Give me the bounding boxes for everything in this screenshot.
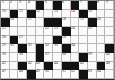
cell[interactable]: 5: [44, 1, 53, 10]
cell[interactable]: 3: [18, 1, 27, 10]
clue-number: 50: [45, 70, 49, 73]
cell[interactable]: [79, 27, 88, 36]
black-cell[interactable]: [71, 62, 80, 71]
black-cell[interactable]: [18, 62, 27, 71]
cell[interactable]: 30: [10, 44, 19, 53]
black-cell[interactable]: [53, 18, 62, 27]
cell[interactable]: [36, 27, 45, 36]
black-cell[interactable]: [79, 70, 88, 79]
clue-number: 37: [45, 53, 49, 56]
cell[interactable]: [79, 44, 88, 53]
cell[interactable]: 44: [53, 62, 62, 71]
black-cell[interactable]: [36, 44, 45, 53]
clue-number: 45: [80, 62, 84, 65]
clue-number: 6: [62, 1, 64, 4]
black-cell[interactable]: [88, 18, 97, 27]
cell[interactable]: [10, 27, 19, 36]
clue-number: 22: [45, 27, 49, 30]
clue-number: 17: [28, 18, 32, 21]
black-cell[interactable]: [62, 27, 71, 36]
cell[interactable]: 26: [1, 36, 10, 45]
clue-number: 10: [2, 10, 6, 13]
cell[interactable]: [71, 53, 80, 62]
clue-number: 30: [10, 44, 14, 47]
clue-number: 34: [71, 44, 75, 47]
black-cell[interactable]: [36, 53, 45, 62]
cell[interactable]: 17: [27, 18, 36, 27]
cell[interactable]: [105, 36, 114, 45]
clue-number: 23: [54, 27, 58, 30]
black-cell[interactable]: [79, 10, 88, 19]
cell[interactable]: 38: [62, 53, 71, 62]
black-cell[interactable]: [18, 44, 27, 53]
cell[interactable]: [97, 53, 106, 62]
clue-number: 43: [36, 62, 40, 65]
cell[interactable]: 37: [44, 53, 53, 62]
clue-number: 44: [54, 62, 58, 65]
clue-number: 3: [19, 1, 21, 4]
cell[interactable]: 53: [88, 70, 97, 79]
cell[interactable]: [97, 27, 106, 36]
cell[interactable]: 1: [1, 1, 10, 10]
clue-number: 29: [2, 44, 6, 47]
cell[interactable]: [18, 27, 27, 36]
clue-number-flagged: 7: [80, 1, 82, 4]
clue-number: 13: [54, 10, 58, 13]
cell[interactable]: 7: [79, 1, 88, 10]
cell[interactable]: [97, 44, 106, 53]
cell[interactable]: 48: [18, 70, 27, 79]
cell[interactable]: 8: [97, 1, 106, 10]
cell[interactable]: 23: [53, 27, 62, 36]
black-cell[interactable]: [105, 44, 114, 53]
clue-number: 54: [97, 70, 101, 73]
clue-number: 41: [2, 62, 6, 65]
clue-number: 28: [62, 36, 66, 39]
cell[interactable]: 4: [27, 1, 36, 10]
black-cell[interactable]: [10, 36, 19, 45]
cell[interactable]: 35: [1, 53, 10, 62]
cell[interactable]: [105, 70, 114, 79]
black-cell[interactable]: [53, 1, 62, 10]
cell[interactable]: 50: [44, 70, 53, 79]
clue-number: 35: [2, 53, 6, 56]
clue-number: 8: [97, 1, 99, 4]
black-cell[interactable]: [36, 1, 45, 10]
clue-number: 40: [106, 53, 110, 56]
clue-number: 38: [62, 53, 66, 56]
clue-number: 31: [28, 44, 32, 47]
cell[interactable]: [71, 36, 80, 45]
clue-number: 16: [10, 18, 14, 21]
cell[interactable]: 36: [18, 53, 27, 62]
clue-number: 24: [71, 27, 75, 30]
black-cell[interactable]: [71, 1, 80, 10]
cell[interactable]: 29: [1, 44, 10, 53]
cell[interactable]: [105, 18, 114, 27]
cell[interactable]: 9: [105, 1, 114, 10]
cell[interactable]: 15: [88, 10, 97, 19]
cell[interactable]: 49: [36, 70, 45, 79]
clue-number: 26: [2, 36, 6, 39]
clue-number: 51: [62, 70, 66, 73]
clue-number: 18: [62, 18, 66, 21]
clue-number: 48: [19, 70, 23, 73]
cell[interactable]: [18, 18, 27, 27]
cell[interactable]: [10, 62, 19, 71]
cell[interactable]: 31: [27, 44, 36, 53]
cell[interactable]: 42: [27, 62, 36, 71]
cell[interactable]: [36, 36, 45, 45]
clue-number: 4: [28, 1, 30, 4]
cell[interactable]: 54: [97, 70, 106, 79]
cell[interactable]: 13: [53, 10, 62, 19]
cell[interactable]: 19: [79, 18, 88, 27]
crossword-grid: 1234567891011121314151617181920212223242…: [0, 0, 115, 80]
clue-number: 12: [36, 10, 40, 13]
cell[interactable]: [79, 36, 88, 45]
cell[interactable]: [105, 10, 114, 19]
clue-number: 25: [88, 27, 92, 30]
cell[interactable]: 2: [10, 1, 19, 10]
black-cell[interactable]: [88, 1, 97, 10]
cell[interactable]: [36, 18, 45, 27]
cell[interactable]: [105, 27, 114, 36]
black-cell[interactable]: [97, 62, 106, 71]
cell[interactable]: [53, 70, 62, 79]
cell[interactable]: [44, 10, 53, 19]
cell[interactable]: [97, 10, 106, 19]
cell[interactable]: 51: [62, 70, 71, 79]
clue-number: 33: [54, 44, 58, 47]
cell[interactable]: [27, 36, 36, 45]
cell[interactable]: [97, 36, 106, 45]
clue-number-flagged: 14: [71, 10, 75, 13]
cell[interactable]: [88, 44, 97, 53]
clue-number: 19: [80, 18, 84, 21]
cell[interactable]: [71, 18, 80, 27]
clue-number: 27: [19, 36, 23, 39]
clue-number: 2: [10, 1, 12, 4]
cell[interactable]: 52: [71, 70, 80, 79]
clue-number: 15: [88, 10, 92, 13]
clue-number: 46: [106, 62, 110, 65]
cell[interactable]: [44, 36, 53, 45]
black-cell[interactable]: [62, 62, 71, 71]
cell[interactable]: 10: [1, 10, 10, 19]
clue-number: 20: [97, 18, 101, 21]
cell[interactable]: 21: [1, 27, 10, 36]
clue-number: 5: [45, 1, 47, 4]
black-cell[interactable]: [62, 44, 71, 53]
black-cell[interactable]: [44, 18, 53, 27]
black-cell[interactable]: [79, 53, 88, 62]
cell[interactable]: 27: [18, 36, 27, 45]
clue-number: 9: [106, 1, 108, 4]
clue-number: 39: [88, 53, 92, 56]
cell[interactable]: 16: [10, 18, 19, 27]
clue-number: 49: [36, 70, 40, 73]
cell[interactable]: 12: [36, 10, 45, 19]
cell[interactable]: 11: [18, 10, 27, 19]
cell[interactable]: 25: [88, 27, 97, 36]
cell[interactable]: 40: [105, 53, 114, 62]
black-cell[interactable]: [27, 10, 36, 19]
cell[interactable]: [27, 27, 36, 36]
cell[interactable]: 45: [79, 62, 88, 71]
cell[interactable]: [10, 53, 19, 62]
clue-number: 1: [2, 1, 4, 4]
cell[interactable]: 33: [53, 44, 62, 53]
cell[interactable]: 22: [44, 27, 53, 36]
black-cell[interactable]: [53, 36, 62, 45]
cell[interactable]: [88, 62, 97, 71]
black-cell[interactable]: [1, 18, 10, 27]
cell[interactable]: [62, 10, 71, 19]
clue-number: 42: [28, 62, 32, 65]
clue-number: 52: [71, 70, 75, 73]
clue-number: 47: [2, 70, 6, 73]
black-cell[interactable]: [10, 10, 19, 19]
cell[interactable]: 46: [105, 62, 114, 71]
cell[interactable]: [88, 36, 97, 45]
cell[interactable]: [10, 70, 19, 79]
cell[interactable]: 20: [97, 18, 106, 27]
clue-number: 11: [19, 10, 23, 13]
cell[interactable]: 14: [71, 10, 80, 19]
cell[interactable]: 18: [62, 18, 71, 27]
black-cell[interactable]: [27, 70, 36, 79]
cell[interactable]: 41: [1, 62, 10, 71]
cell[interactable]: 6: [62, 1, 71, 10]
cell[interactable]: 28: [62, 36, 71, 45]
cell[interactable]: 34: [71, 44, 80, 53]
cell[interactable]: 32: [44, 44, 53, 53]
cell[interactable]: 24: [71, 27, 80, 36]
cell[interactable]: 47: [1, 70, 10, 79]
clue-number: 53: [88, 70, 92, 73]
clue-number: 32: [45, 44, 49, 47]
cell[interactable]: [53, 53, 62, 62]
cell[interactable]: 43: [36, 62, 45, 71]
cell[interactable]: [27, 53, 36, 62]
cell[interactable]: 39: [88, 53, 97, 62]
black-cell[interactable]: [44, 62, 53, 71]
clue-number: 21: [2, 27, 6, 30]
clue-number: 36: [19, 53, 23, 56]
